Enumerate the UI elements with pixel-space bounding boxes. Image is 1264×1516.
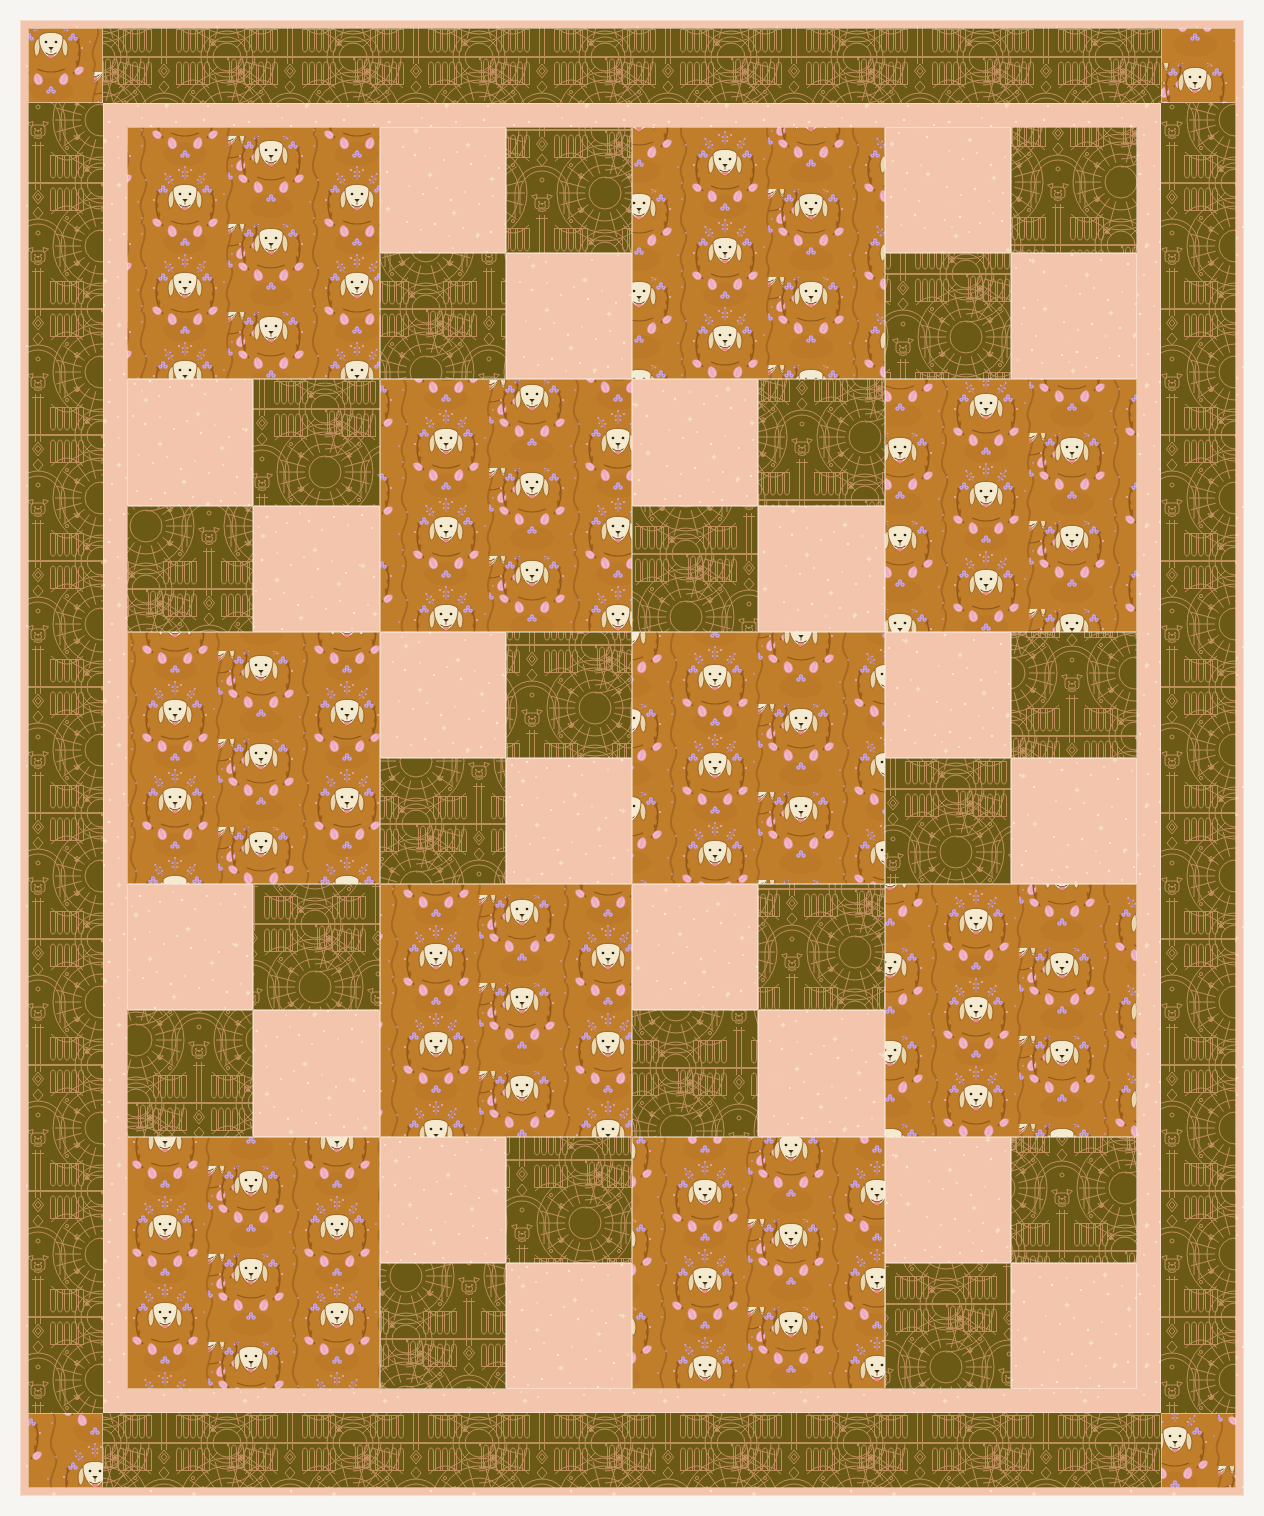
feature-patch (380, 884, 633, 1136)
olive-patch (127, 1010, 253, 1136)
four-patch-block-r2c1 (127, 379, 380, 631)
feature-patch (127, 632, 380, 884)
olive-patch (758, 379, 884, 505)
olive-patch (632, 506, 758, 632)
four-patch-block-r5c2 (380, 1137, 633, 1389)
olive-patch (380, 253, 506, 379)
olive-patch (253, 884, 379, 1010)
quilt-design-mockup (0, 0, 1264, 1516)
four-patch-block-r5c4 (885, 1137, 1138, 1389)
feature-patch (127, 127, 380, 379)
outer-border-corner-bottom-right (1161, 1413, 1236, 1488)
feature-patch (885, 379, 1138, 631)
feature-patch (632, 127, 885, 379)
feature-block-r3c3 (632, 632, 885, 884)
feature-patch (380, 379, 633, 631)
peach-patch (758, 506, 884, 632)
feature-patch (127, 1137, 380, 1389)
olive-patch (380, 1263, 506, 1389)
peach-patch (127, 884, 253, 1010)
feature-block-r1c3 (632, 127, 885, 379)
olive-patch (885, 1263, 1011, 1389)
peach-patch (380, 632, 506, 758)
feature-patch (885, 884, 1138, 1136)
feature-block-r3c1 (127, 632, 380, 884)
four-patch-block-r4c1 (127, 884, 380, 1136)
feature-block-r4c2 (380, 884, 633, 1136)
feature-block-r5c1 (127, 1137, 380, 1389)
feature-block-r2c4 (885, 379, 1138, 631)
peach-patch (253, 1010, 379, 1136)
olive-patch (885, 253, 1011, 379)
olive-patch (506, 127, 632, 253)
peach-patch (632, 884, 758, 1010)
feature-patch (632, 1137, 885, 1389)
olive-patch (885, 758, 1011, 884)
peach-patch (253, 506, 379, 632)
peach-patch (506, 758, 632, 884)
outer-border-corner-top-left (28, 28, 103, 103)
four-patch-block-r4c3 (632, 884, 885, 1136)
four-patch-block-r1c2 (380, 127, 633, 379)
four-patch-block-r2c3 (632, 379, 885, 631)
peach-patch (885, 127, 1011, 253)
olive-patch (1011, 1137, 1137, 1263)
olive-patch (1011, 632, 1137, 758)
feature-block-r1c1 (127, 127, 380, 379)
peach-patch (380, 127, 506, 253)
olive-patch (380, 758, 506, 884)
feature-patch (632, 632, 885, 884)
peach-patch (506, 1263, 632, 1389)
feature-block-r2c2 (380, 379, 633, 631)
olive-patch (632, 1010, 758, 1136)
peach-patch (506, 253, 632, 379)
outer-border-corner-bottom-left (28, 1413, 103, 1488)
olive-patch (506, 1137, 632, 1263)
quilt-center (127, 127, 1137, 1389)
peach-patch (885, 632, 1011, 758)
olive-patch (1011, 127, 1137, 253)
peach-patch (380, 1137, 506, 1263)
peach-patch (1011, 1263, 1137, 1389)
peach-patch (127, 379, 253, 505)
peach-patch (758, 1010, 884, 1136)
feature-block-r5c3 (632, 1137, 885, 1389)
outer-border-corner-top-right (1161, 28, 1236, 103)
four-patch-block-r3c4 (885, 632, 1138, 884)
feature-block-r4c4 (885, 884, 1138, 1136)
olive-patch (506, 632, 632, 758)
olive-patch (758, 884, 884, 1010)
peach-patch (1011, 253, 1137, 379)
olive-patch (253, 379, 379, 505)
four-patch-block-r1c4 (885, 127, 1138, 379)
peach-patch (1011, 758, 1137, 884)
peach-patch (632, 379, 758, 505)
peach-patch (885, 1137, 1011, 1263)
four-patch-block-r3c2 (380, 632, 633, 884)
olive-patch (127, 506, 253, 632)
